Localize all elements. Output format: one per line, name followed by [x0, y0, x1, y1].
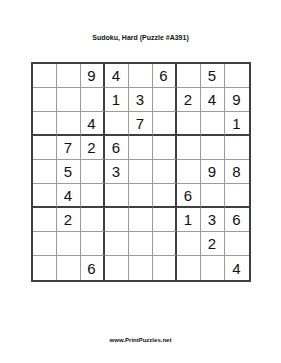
cell-r8c7	[177, 232, 201, 256]
cell-r8c6	[153, 232, 177, 256]
cell-r3c6	[153, 112, 177, 136]
cell-r1c8: 5	[201, 64, 225, 88]
cell-r6c5	[129, 184, 153, 208]
cell-r4c7	[177, 136, 201, 160]
cell-r1c9	[225, 64, 249, 88]
cell-r9c6	[153, 256, 177, 280]
cell-r2c9: 9	[225, 88, 249, 112]
cell-r7c1	[33, 208, 57, 232]
sudoku-board: 9465132494717265398462136264	[31, 62, 251, 282]
cell-r2c7: 2	[177, 88, 201, 112]
cell-r3c9: 1	[225, 112, 249, 136]
cell-r7c5	[129, 208, 153, 232]
cell-r5c2: 5	[57, 160, 81, 184]
cell-r5c4: 3	[105, 160, 129, 184]
cell-r6c8	[201, 184, 225, 208]
cell-r9c7	[177, 256, 201, 280]
cell-r2c8: 4	[201, 88, 225, 112]
cell-r1c3: 9	[81, 64, 105, 88]
cell-r7c8: 3	[201, 208, 225, 232]
cell-r8c8: 2	[201, 232, 225, 256]
cell-r2c6	[153, 88, 177, 112]
cell-r4c9	[225, 136, 249, 160]
cell-r5c9: 8	[225, 160, 249, 184]
cell-r2c1	[33, 88, 57, 112]
cell-r8c5	[129, 232, 153, 256]
cell-r6c3	[81, 184, 105, 208]
cell-r2c3	[81, 88, 105, 112]
cell-r4c1	[33, 136, 57, 160]
cell-r1c6: 6	[153, 64, 177, 88]
cell-r5c6	[153, 160, 177, 184]
cell-r8c2	[57, 232, 81, 256]
cell-r4c6	[153, 136, 177, 160]
cell-r1c1	[33, 64, 57, 88]
cell-r6c9	[225, 184, 249, 208]
cell-r3c4	[105, 112, 129, 136]
cell-r9c4	[105, 256, 129, 280]
cell-r8c1	[33, 232, 57, 256]
cell-r3c5: 7	[129, 112, 153, 136]
cell-r1c4: 4	[105, 64, 129, 88]
cell-r3c3: 4	[81, 112, 105, 136]
cell-r8c3	[81, 232, 105, 256]
puzzle-title: Sudoku, Hard (Puzzle #A391)	[0, 33, 281, 42]
cell-r2c5: 3	[129, 88, 153, 112]
cell-r5c7	[177, 160, 201, 184]
cell-r6c4	[105, 184, 129, 208]
cell-r9c9: 4	[225, 256, 249, 280]
cell-r9c1	[33, 256, 57, 280]
cell-r2c2	[57, 88, 81, 112]
cell-r6c6	[153, 184, 177, 208]
cell-r1c2	[57, 64, 81, 88]
cell-r7c4	[105, 208, 129, 232]
cell-r6c2: 4	[57, 184, 81, 208]
cell-r6c7: 6	[177, 184, 201, 208]
cell-r1c5	[129, 64, 153, 88]
cell-r1c7	[177, 64, 201, 88]
cell-r5c5	[129, 160, 153, 184]
cell-r7c6	[153, 208, 177, 232]
cell-r7c9: 6	[225, 208, 249, 232]
cell-r9c8	[201, 256, 225, 280]
cell-r7c7: 1	[177, 208, 201, 232]
cell-r3c1	[33, 112, 57, 136]
cell-r4c5	[129, 136, 153, 160]
cell-r4c2: 7	[57, 136, 81, 160]
cell-r5c3	[81, 160, 105, 184]
cell-r3c2	[57, 112, 81, 136]
cell-r9c3: 6	[81, 256, 105, 280]
cell-r7c2: 2	[57, 208, 81, 232]
cell-r2c4: 1	[105, 88, 129, 112]
cell-r4c3: 2	[81, 136, 105, 160]
cell-r8c9	[225, 232, 249, 256]
cell-r3c7	[177, 112, 201, 136]
cell-r9c2	[57, 256, 81, 280]
printable-sudoku-page: Sudoku, Hard (Puzzle #A391) 946513249471…	[0, 0, 281, 363]
footer-url: www.PrintPuzzles.net	[0, 337, 281, 344]
cell-r9c5	[129, 256, 153, 280]
cell-r6c1	[33, 184, 57, 208]
cell-r5c1	[33, 160, 57, 184]
cell-r3c8	[201, 112, 225, 136]
cell-r4c4: 6	[105, 136, 129, 160]
cell-r8c4	[105, 232, 129, 256]
cell-r4c8	[201, 136, 225, 160]
cell-r5c8: 9	[201, 160, 225, 184]
cell-r7c3	[81, 208, 105, 232]
